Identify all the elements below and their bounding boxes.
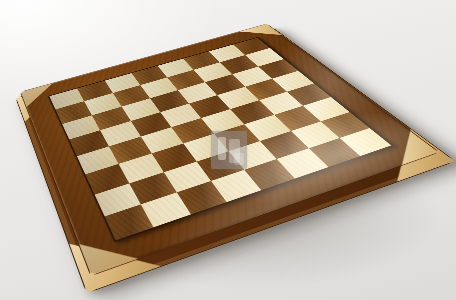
watermark — [211, 131, 247, 169]
watermark-glyph — [218, 137, 226, 160]
watermark-glyph — [234, 153, 244, 165]
photo-background — [0, 0, 456, 300]
